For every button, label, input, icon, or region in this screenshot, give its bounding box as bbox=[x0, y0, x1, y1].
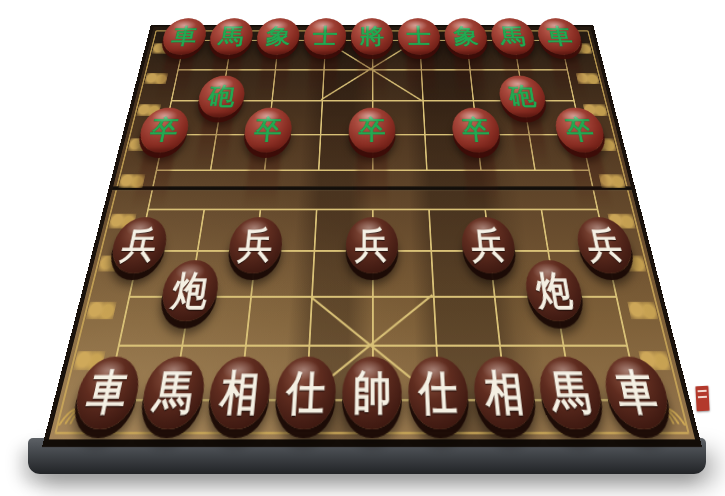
piece-green-elephant[interactable]: 象 bbox=[255, 18, 301, 55]
piece-red-cannon[interactable]: 炮 bbox=[157, 260, 221, 321]
brand-sticker bbox=[695, 386, 709, 412]
piece-red-general[interactable]: 帥 bbox=[341, 356, 402, 429]
piece-red-advisor[interactable]: 仕 bbox=[407, 356, 470, 429]
piece-green-elephant[interactable]: 象 bbox=[443, 18, 489, 55]
piece-red-horse[interactable]: 馬 bbox=[137, 356, 208, 429]
piece-red-soldier[interactable]: 兵 bbox=[226, 217, 284, 273]
piece-green-soldier[interactable]: 卒 bbox=[552, 107, 608, 152]
piece-red-soldier[interactable]: 兵 bbox=[107, 217, 171, 273]
piece-red-advisor[interactable]: 仕 bbox=[273, 356, 336, 429]
piece-red-chariot[interactable]: 車 bbox=[69, 356, 144, 429]
piece-green-cannon[interactable]: 砲 bbox=[497, 76, 549, 118]
piece-red-soldier[interactable]: 兵 bbox=[460, 217, 518, 273]
piece-grid: 車馬象士將士象馬車砲砲卒卒卒卒卒兵兵兵兵兵炮炮車馬相仕帥仕相馬車 bbox=[66, 26, 677, 427]
xiangqi-board: 車馬象士將士象馬車砲砲卒卒卒卒卒兵兵兵兵兵炮炮車馬相仕帥仕相馬車 bbox=[42, 25, 702, 447]
piece-red-elephant[interactable]: 相 bbox=[205, 356, 272, 429]
piece-red-soldier[interactable]: 兵 bbox=[573, 217, 637, 273]
piece-green-cannon[interactable]: 砲 bbox=[195, 76, 247, 118]
piece-red-soldier[interactable]: 兵 bbox=[345, 217, 399, 273]
piece-green-advisor[interactable]: 士 bbox=[397, 18, 441, 55]
piece-green-horse[interactable]: 馬 bbox=[489, 18, 537, 55]
piece-green-advisor[interactable]: 士 bbox=[303, 18, 347, 55]
photo-background: 車馬象士將士象馬車砲砲卒卒卒卒卒兵兵兵兵兵炮炮車馬相仕帥仕相馬車 bbox=[0, 0, 725, 496]
piece-green-chariot[interactable]: 車 bbox=[159, 18, 209, 55]
piece-red-cannon[interactable]: 炮 bbox=[522, 260, 586, 321]
board-scene: 車馬象士將士象馬車砲砲卒卒卒卒卒兵兵兵兵兵炮炮車馬相仕帥仕相馬車 bbox=[42, 0, 702, 447]
piece-green-soldier[interactable]: 卒 bbox=[451, 107, 502, 152]
piece-red-horse[interactable]: 馬 bbox=[535, 356, 606, 429]
piece-green-soldier[interactable]: 卒 bbox=[242, 107, 293, 152]
piece-green-general[interactable]: 將 bbox=[351, 18, 394, 55]
piece-green-soldier[interactable]: 卒 bbox=[136, 107, 192, 152]
board-near-edge bbox=[42, 439, 702, 447]
piece-green-chariot[interactable]: 車 bbox=[535, 18, 585, 55]
piece-red-elephant[interactable]: 相 bbox=[471, 356, 538, 429]
piece-green-horse[interactable]: 馬 bbox=[207, 18, 255, 55]
piece-green-soldier[interactable]: 卒 bbox=[348, 107, 396, 152]
